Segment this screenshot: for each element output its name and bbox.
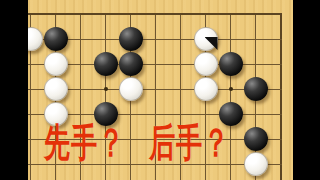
stone-white <box>119 77 143 101</box>
stone-black <box>219 52 243 76</box>
video-frame: 先手？后手？ <box>0 0 320 180</box>
stone-black <box>244 127 268 151</box>
stone-black <box>119 52 143 76</box>
caption-sente: 先手？ <box>44 123 125 162</box>
star-point <box>104 87 108 91</box>
star-point <box>229 87 233 91</box>
letterbox-right <box>293 0 320 180</box>
stone-black <box>119 27 143 51</box>
caption-gote: 后手？ <box>149 123 230 162</box>
stone-black <box>94 52 118 76</box>
stone-black <box>244 77 268 101</box>
stone-white <box>194 52 218 76</box>
stone-white <box>44 77 68 101</box>
stone-white <box>244 152 268 176</box>
board-top-edge-line <box>28 13 282 15</box>
stone-white <box>44 52 68 76</box>
caption-text: 先手？后手？ <box>44 123 230 162</box>
stone-white <box>194 77 218 101</box>
letterbox-left <box>0 0 28 180</box>
stone-black <box>44 27 68 51</box>
